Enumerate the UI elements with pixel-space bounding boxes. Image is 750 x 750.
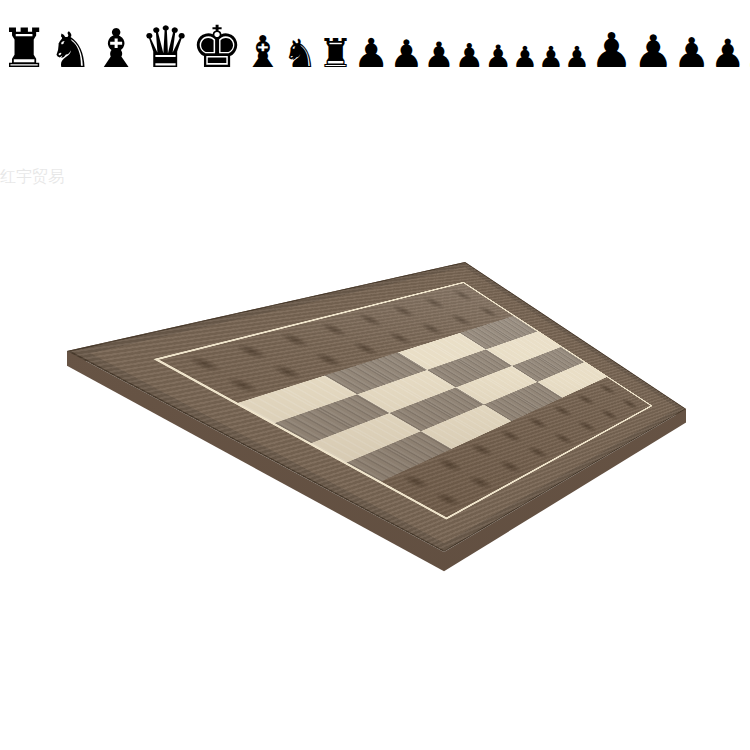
piece-shadow <box>494 458 526 476</box>
piece-black-king: ♚ <box>191 13 243 81</box>
brass-clasp <box>0 104 18 117</box>
piece-black-pawn: ♟ <box>484 38 512 74</box>
piece-shadow <box>573 392 599 407</box>
piece-shadow <box>465 441 498 459</box>
piece-black-knight: ♞ <box>48 22 92 79</box>
piece-shadow <box>433 456 468 475</box>
piece-shadow <box>495 427 526 444</box>
piece-white-pawn: ♟ <box>710 31 745 76</box>
piece-shadow <box>387 303 420 320</box>
piece-white-pawn: ♟ <box>745 34 750 75</box>
piece-black-knight: ♞ <box>282 31 317 76</box>
watermark: 红宇贸易 <box>0 167 750 188</box>
piece-shadow <box>266 362 308 382</box>
piece-black-pawn: ♟ <box>538 40 564 74</box>
piece-shadow <box>230 341 274 361</box>
piece-black-pawn: ♟ <box>353 30 389 76</box>
piece-white-pawn: ♟ <box>633 25 673 78</box>
piece-shadow <box>549 403 576 419</box>
piece-shadow <box>397 472 434 492</box>
piece-shadow <box>274 330 314 349</box>
piece-black-pawn: ♟ <box>455 36 485 75</box>
piece-shadow <box>415 320 447 337</box>
piece-shadow <box>474 304 503 319</box>
piece-shadow <box>523 443 553 460</box>
piece-shadow <box>308 350 347 369</box>
piece-shadow <box>315 320 353 338</box>
piece-shadow <box>549 430 577 447</box>
piece-shadow <box>181 353 228 374</box>
piece-black-pawn: ♟ <box>423 35 454 75</box>
piece-shadow <box>219 375 264 396</box>
piece-black-queen: ♛ <box>140 14 191 80</box>
hinge-seam <box>0 117 750 167</box>
piece-black-pawn: ♟ <box>389 32 423 76</box>
piece-black-bishop: ♝ <box>243 26 282 77</box>
piece-shadow <box>418 295 449 311</box>
piece-shadow <box>618 396 642 411</box>
piece-shadow <box>382 329 416 346</box>
piece-shadow <box>347 339 383 357</box>
piece-shadow <box>448 287 477 302</box>
piece-shadow <box>523 415 552 432</box>
piece-shadow <box>446 312 476 328</box>
piece-black-bishop: ♝ <box>92 18 140 79</box>
piece-shadow <box>595 382 620 397</box>
chess-pieces: ♜♞♝♛♚♝♞♜♟♟♟♟♟♟♟♟♟♟♟♟♟♟♟♟♜♞♝♛♚♝♞♜ <box>0 0 750 84</box>
piece-black-pawn: ♟ <box>512 40 538 74</box>
piece-black-rook: ♜ <box>317 30 353 76</box>
piece-white-pawn: ♟ <box>673 29 710 77</box>
piece-white-pawn: ♟ <box>590 22 633 78</box>
piece-black-pawn: ♟ <box>564 40 590 74</box>
piece-shadow <box>574 418 601 434</box>
brass-clasp <box>0 84 13 104</box>
product-photo: ♜♞♝♛♚♝♞♜♟♟♟♟♟♟♟♟♟♟♟♟♟♟♟♟♜♞♝♛♚♝♞♜ 红宇贸易 <box>0 0 750 750</box>
piece-shadow <box>352 311 387 328</box>
piece-shadow <box>463 473 497 492</box>
piece-shadow <box>596 407 621 422</box>
piece-black-rook: ♜ <box>0 17 48 80</box>
piece-shadow <box>430 490 466 510</box>
